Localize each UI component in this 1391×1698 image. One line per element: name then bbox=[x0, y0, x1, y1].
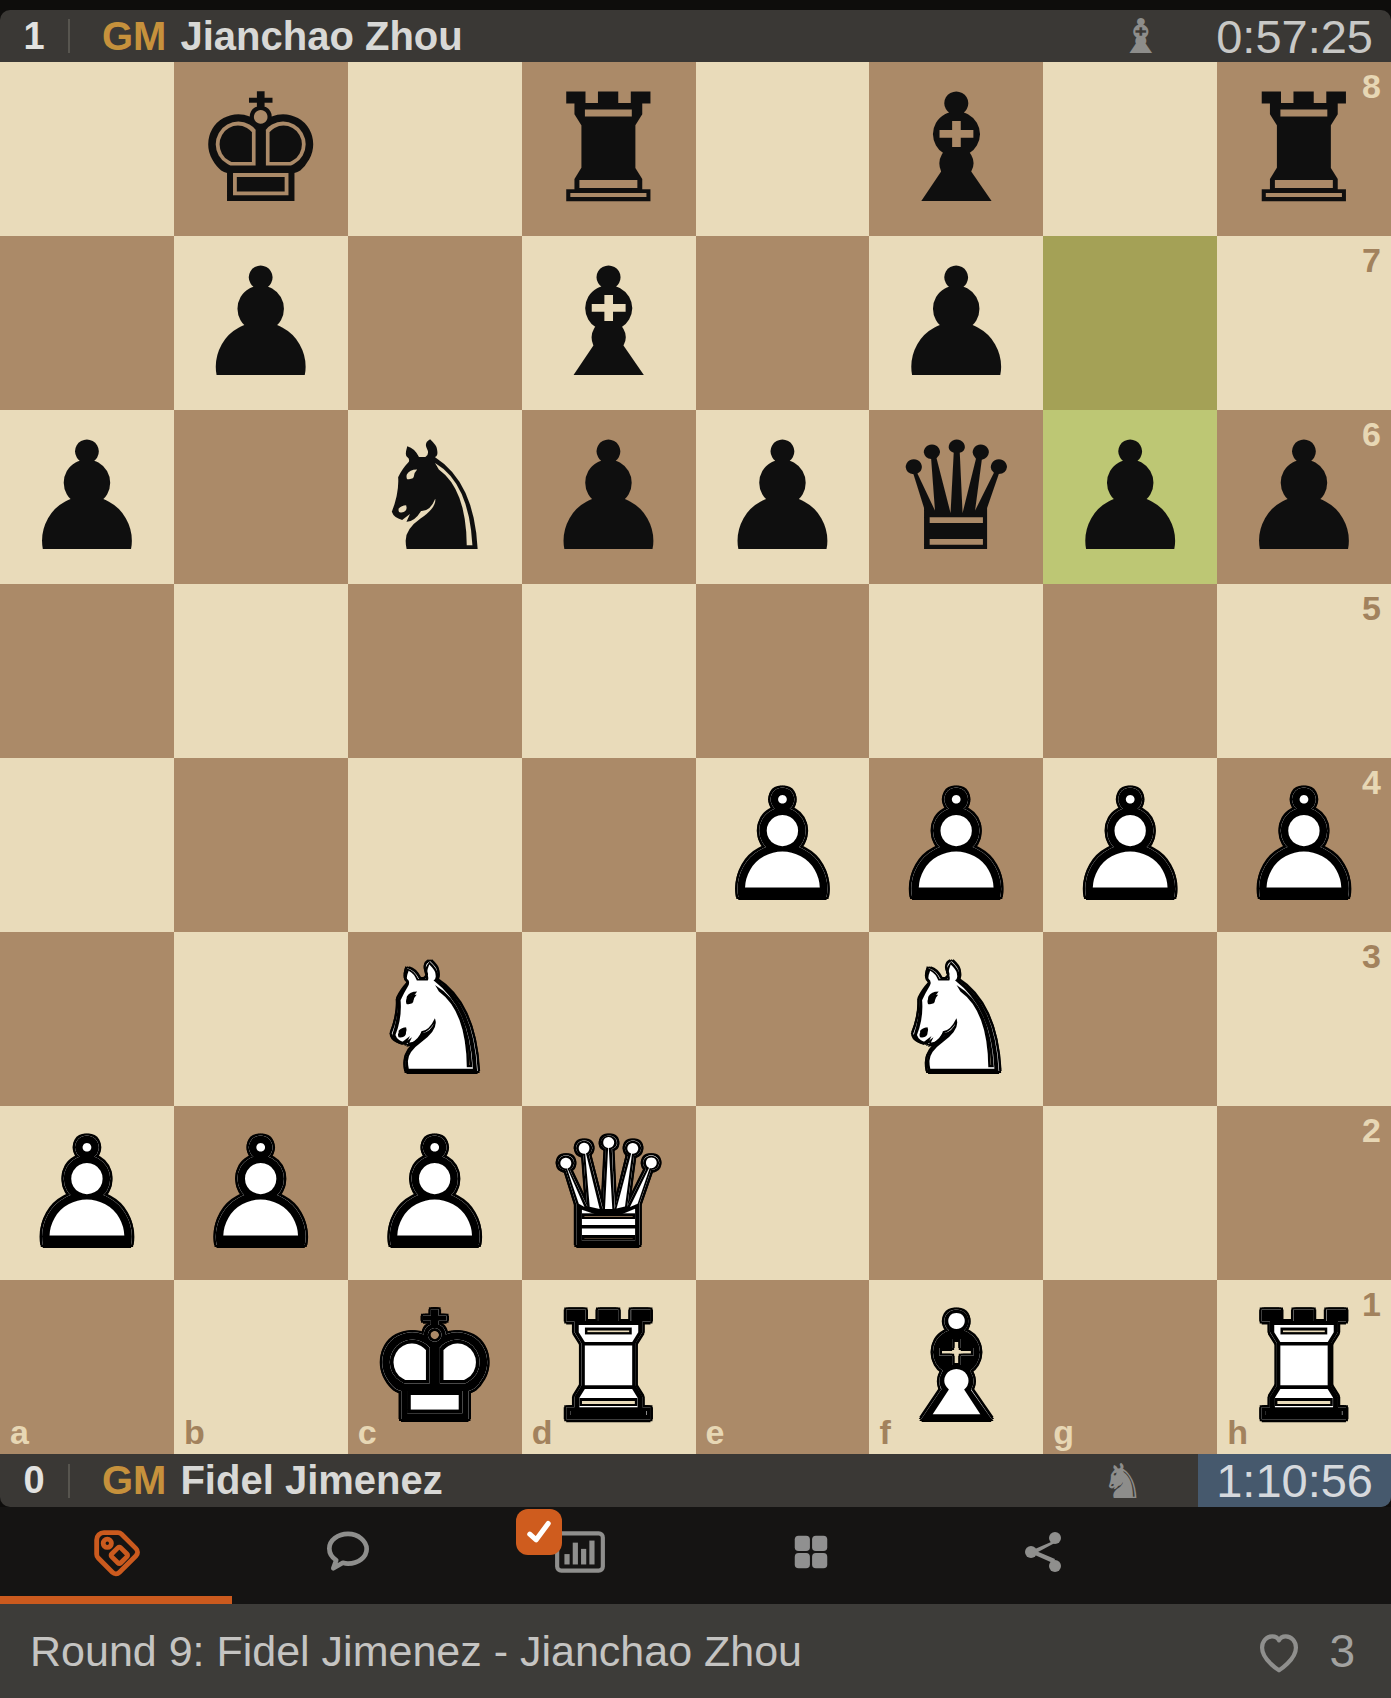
bottom-player-clock: 1:10:56 bbox=[1198, 1454, 1391, 1507]
square-d1[interactable]: ♜♖d bbox=[522, 1280, 696, 1454]
square-c1[interactable]: ♚♔c bbox=[348, 1280, 522, 1454]
tab-tags[interactable] bbox=[0, 1507, 232, 1596]
bottom-player-score: 0 bbox=[0, 1459, 68, 1502]
square-d4[interactable] bbox=[522, 758, 696, 932]
file-label-b: b bbox=[184, 1415, 205, 1449]
square-e3[interactable] bbox=[696, 932, 870, 1106]
square-a4[interactable] bbox=[0, 758, 174, 932]
square-f8[interactable]: ♝ bbox=[869, 62, 1043, 236]
checkmark-icon bbox=[522, 1515, 556, 1549]
black-pawn: ♟ bbox=[0, 410, 174, 584]
square-h6[interactable]: ♟6 bbox=[1217, 410, 1391, 584]
rank-label-4: 4 bbox=[1362, 765, 1381, 799]
checkmark-badge bbox=[516, 1509, 562, 1555]
black-queen: ♛ bbox=[869, 410, 1043, 584]
toolbar-spacer bbox=[1159, 1507, 1391, 1596]
bottom-player-bar: 0 GM Fidel Jimenez ♞ 1:10:56 bbox=[0, 1454, 1391, 1507]
black-knight: ♞ bbox=[348, 410, 522, 584]
square-g4[interactable]: ♟♙ bbox=[1043, 758, 1217, 932]
square-g8[interactable] bbox=[1043, 62, 1217, 236]
app-root: 1 GM Jianchao Zhou ♝ 0:57:25 ♚♜♝♜8♟♝♟7♟♞… bbox=[0, 0, 1391, 1698]
rank-label-2: 2 bbox=[1362, 1113, 1381, 1147]
square-e8[interactable] bbox=[696, 62, 870, 236]
square-f4[interactable]: ♟♙ bbox=[869, 758, 1043, 932]
black-bishop: ♝ bbox=[869, 62, 1043, 236]
square-f7[interactable]: ♟ bbox=[869, 236, 1043, 410]
rank-label-1: 1 bbox=[1362, 1287, 1381, 1321]
tab-boards[interactable] bbox=[695, 1507, 927, 1596]
score-divider bbox=[68, 1464, 70, 1498]
white-pawn: ♟♙ bbox=[869, 758, 1043, 932]
square-c6[interactable]: ♞ bbox=[348, 410, 522, 584]
square-d7[interactable]: ♝ bbox=[522, 236, 696, 410]
file-label-c: c bbox=[358, 1415, 377, 1449]
square-c3[interactable]: ♞♘ bbox=[348, 932, 522, 1106]
rank-label-7: 7 bbox=[1362, 243, 1381, 277]
bishop-icon: ♝ bbox=[1119, 12, 1162, 60]
square-b8[interactable]: ♚ bbox=[174, 62, 348, 236]
rank-label-6: 6 bbox=[1362, 417, 1381, 451]
black-pawn: ♟ bbox=[174, 236, 348, 410]
file-label-d: d bbox=[532, 1415, 553, 1449]
white-pawn: ♟♙ bbox=[1043, 758, 1217, 932]
top-player-title: GM bbox=[102, 14, 166, 59]
square-a3[interactable] bbox=[0, 932, 174, 1106]
white-pawn: ♟♙ bbox=[174, 1106, 348, 1280]
square-a6[interactable]: ♟ bbox=[0, 410, 174, 584]
share-icon bbox=[1019, 1528, 1067, 1576]
black-king: ♚ bbox=[174, 62, 348, 236]
bottom-player-title: GM bbox=[102, 1458, 166, 1503]
file-label-h: h bbox=[1227, 1415, 1248, 1449]
white-pawn: ♟♙ bbox=[696, 758, 870, 932]
square-h3[interactable]: 3 bbox=[1217, 932, 1391, 1106]
black-pawn: ♟ bbox=[522, 410, 696, 584]
square-c5[interactable] bbox=[348, 584, 522, 758]
knight-icon: ♞ bbox=[1101, 1457, 1144, 1505]
square-a2[interactable]: ♟♙ bbox=[0, 1106, 174, 1280]
heart-outline-icon bbox=[1251, 1623, 1307, 1679]
tab-analysis[interactable] bbox=[464, 1507, 696, 1596]
white-pawn: ♟♙ bbox=[348, 1106, 522, 1280]
square-f1[interactable]: ♝♗f bbox=[869, 1280, 1043, 1454]
square-e5[interactable] bbox=[696, 584, 870, 758]
square-c8[interactable] bbox=[348, 62, 522, 236]
active-tab-indicator bbox=[0, 1596, 232, 1604]
footer-bar: Round 9: Fidel Jimenez - Jianchao Zhou 3 bbox=[0, 1604, 1391, 1698]
grid-icon bbox=[785, 1526, 837, 1578]
tab-chat[interactable] bbox=[232, 1507, 464, 1596]
square-e1[interactable]: e bbox=[696, 1280, 870, 1454]
square-d2[interactable]: ♛♕ bbox=[522, 1106, 696, 1280]
file-label-e: e bbox=[706, 1415, 725, 1449]
toolbar-tabs bbox=[0, 1507, 1391, 1596]
top-player-bar: 1 GM Jianchao Zhou ♝ 0:57:25 bbox=[0, 10, 1391, 62]
square-b2[interactable]: ♟♙ bbox=[174, 1106, 348, 1280]
white-knight: ♞♘ bbox=[869, 932, 1043, 1106]
square-b4[interactable] bbox=[174, 758, 348, 932]
square-e7[interactable] bbox=[696, 236, 870, 410]
square-d5[interactable] bbox=[522, 584, 696, 758]
black-pawn: ♟ bbox=[1043, 410, 1217, 584]
file-label-a: a bbox=[10, 1415, 29, 1449]
chat-bubble-icon bbox=[320, 1524, 376, 1580]
likes-count: 3 bbox=[1329, 1624, 1355, 1678]
square-a8[interactable] bbox=[0, 62, 174, 236]
square-e2[interactable] bbox=[696, 1106, 870, 1280]
square-b6[interactable] bbox=[174, 410, 348, 584]
square-h7[interactable]: 7 bbox=[1217, 236, 1391, 410]
black-bishop: ♝ bbox=[522, 236, 696, 410]
white-pawn: ♟♙ bbox=[0, 1106, 174, 1280]
chess-board: ♚♜♝♜8♟♝♟7♟♞♟♟♛♟♟65♟♙♟♙♟♙♟♙4♞♘♞♘3♟♙♟♙♟♙♛♕… bbox=[0, 62, 1391, 1454]
square-a5[interactable] bbox=[0, 584, 174, 758]
white-knight: ♞♘ bbox=[348, 932, 522, 1106]
square-d8[interactable]: ♜ bbox=[522, 62, 696, 236]
black-pawn: ♟ bbox=[696, 410, 870, 584]
square-c7[interactable] bbox=[348, 236, 522, 410]
square-a1[interactable]: a bbox=[0, 1280, 174, 1454]
square-c2[interactable]: ♟♙ bbox=[348, 1106, 522, 1280]
square-g7[interactable] bbox=[1043, 236, 1217, 410]
rank-label-8: 8 bbox=[1362, 69, 1381, 103]
white-queen: ♛♕ bbox=[522, 1106, 696, 1280]
toolbar bbox=[0, 1507, 1391, 1604]
tag-icon bbox=[87, 1523, 145, 1581]
square-a7[interactable] bbox=[0, 236, 174, 410]
square-d3[interactable] bbox=[522, 932, 696, 1106]
square-g3[interactable] bbox=[1043, 932, 1217, 1106]
file-label-f: f bbox=[879, 1415, 890, 1449]
square-f5[interactable] bbox=[869, 584, 1043, 758]
square-h4[interactable]: ♟♙4 bbox=[1217, 758, 1391, 932]
tab-share[interactable] bbox=[927, 1507, 1159, 1596]
square-b3[interactable] bbox=[174, 932, 348, 1106]
black-rook: ♜ bbox=[522, 62, 696, 236]
square-h8[interactable]: ♜8 bbox=[1217, 62, 1391, 236]
square-b7[interactable]: ♟ bbox=[174, 236, 348, 410]
top-player-name: Jianchao Zhou bbox=[180, 14, 462, 59]
square-g6[interactable]: ♟ bbox=[1043, 410, 1217, 584]
square-f3[interactable]: ♞♘ bbox=[869, 932, 1043, 1106]
top-player-area: 1 GM Jianchao Zhou ♝ 0:57:25 bbox=[0, 0, 1391, 62]
square-h5[interactable]: 5 bbox=[1217, 584, 1391, 758]
round-caption: Round 9: Fidel Jimenez - Jianchao Zhou bbox=[30, 1627, 1251, 1676]
square-f6[interactable]: ♛ bbox=[869, 410, 1043, 584]
rank-label-5: 5 bbox=[1362, 591, 1381, 625]
score-divider bbox=[68, 19, 70, 53]
white-bishop: ♝♗ bbox=[869, 1280, 1043, 1454]
file-label-g: g bbox=[1053, 1415, 1074, 1449]
square-b5[interactable] bbox=[174, 584, 348, 758]
square-g1[interactable]: g bbox=[1043, 1280, 1217, 1454]
square-c4[interactable] bbox=[348, 758, 522, 932]
top-player-score: 1 bbox=[0, 15, 68, 58]
square-e4[interactable]: ♟♙ bbox=[696, 758, 870, 932]
square-g2[interactable] bbox=[1043, 1106, 1217, 1280]
top-player-clock: 0:57:25 bbox=[1216, 9, 1391, 64]
square-e6[interactable]: ♟ bbox=[696, 410, 870, 584]
bottom-player-name: Fidel Jimenez bbox=[180, 1458, 442, 1503]
square-f2[interactable] bbox=[869, 1106, 1043, 1280]
square-b1[interactable]: b bbox=[174, 1280, 348, 1454]
square-d6[interactable]: ♟ bbox=[522, 410, 696, 584]
likes[interactable]: 3 bbox=[1251, 1623, 1355, 1679]
rank-label-3: 3 bbox=[1362, 939, 1381, 973]
square-g5[interactable] bbox=[1043, 584, 1217, 758]
square-h1[interactable]: ♜♖h1 bbox=[1217, 1280, 1391, 1454]
square-h2[interactable]: 2 bbox=[1217, 1106, 1391, 1280]
black-pawn: ♟ bbox=[869, 236, 1043, 410]
